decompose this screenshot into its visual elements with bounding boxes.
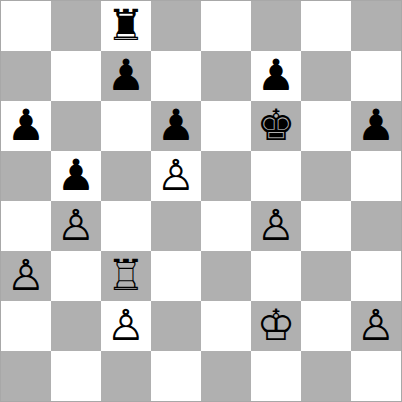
square-e2[interactable] xyxy=(201,301,251,351)
square-a5[interactable] xyxy=(1,151,51,201)
square-d4[interactable] xyxy=(151,201,201,251)
square-f4[interactable]: ♙ xyxy=(251,201,301,251)
black-pawn-piece: ♟ xyxy=(7,101,46,150)
square-f6[interactable]: ♚ xyxy=(251,101,301,151)
square-c1[interactable] xyxy=(101,351,151,401)
square-b2[interactable] xyxy=(51,301,101,351)
black-pawn-piece: ♟ xyxy=(257,51,296,100)
square-f3[interactable] xyxy=(251,251,301,301)
square-e8[interactable] xyxy=(201,1,251,51)
square-f5[interactable] xyxy=(251,151,301,201)
square-c7[interactable]: ♟ xyxy=(101,51,151,101)
square-h4[interactable] xyxy=(351,201,401,251)
black-pawn-piece: ♟ xyxy=(357,101,396,150)
square-g5[interactable] xyxy=(301,151,351,201)
black-rook-piece: ♜ xyxy=(107,1,146,50)
square-g3[interactable] xyxy=(301,251,351,301)
square-a2[interactable] xyxy=(1,301,51,351)
square-b1[interactable] xyxy=(51,351,101,401)
square-h7[interactable] xyxy=(351,51,401,101)
square-g2[interactable] xyxy=(301,301,351,351)
square-g7[interactable] xyxy=(301,51,351,101)
square-h6[interactable]: ♟ xyxy=(351,101,401,151)
square-c6[interactable] xyxy=(101,101,151,151)
square-d1[interactable] xyxy=(151,351,201,401)
square-h5[interactable] xyxy=(351,151,401,201)
black-pawn-piece: ♟ xyxy=(57,151,96,200)
white-pawn-piece: ♙ xyxy=(57,201,96,250)
square-b5[interactable]: ♟ xyxy=(51,151,101,201)
square-d3[interactable] xyxy=(151,251,201,301)
white-pawn-piece: ♙ xyxy=(157,151,196,200)
black-pawn-piece: ♟ xyxy=(107,51,146,100)
square-c4[interactable] xyxy=(101,201,151,251)
square-h1[interactable] xyxy=(351,351,401,401)
square-d2[interactable] xyxy=(151,301,201,351)
white-pawn-piece: ♙ xyxy=(7,251,46,300)
square-a7[interactable] xyxy=(1,51,51,101)
square-e4[interactable] xyxy=(201,201,251,251)
square-a4[interactable] xyxy=(1,201,51,251)
square-c2[interactable]: ♙ xyxy=(101,301,151,351)
white-pawn-piece: ♙ xyxy=(257,201,296,250)
square-h3[interactable] xyxy=(351,251,401,301)
white-pawn-piece: ♙ xyxy=(107,301,146,350)
square-a3[interactable]: ♙ xyxy=(1,251,51,301)
square-f7[interactable]: ♟ xyxy=(251,51,301,101)
square-h2[interactable]: ♙ xyxy=(351,301,401,351)
square-a6[interactable]: ♟ xyxy=(1,101,51,151)
chess-board: ♜♟♟♟♟♚♟♟♙♙♙♙♖♙♔♙ xyxy=(0,0,402,402)
white-rook-piece: ♖ xyxy=(107,251,146,300)
square-f2[interactable]: ♔ xyxy=(251,301,301,351)
square-f1[interactable] xyxy=(251,351,301,401)
square-b4[interactable]: ♙ xyxy=(51,201,101,251)
white-pawn-piece: ♙ xyxy=(357,301,396,350)
square-g6[interactable] xyxy=(301,101,351,151)
square-c8[interactable]: ♜ xyxy=(101,1,151,51)
square-a8[interactable] xyxy=(1,1,51,51)
square-e1[interactable] xyxy=(201,351,251,401)
square-d6[interactable]: ♟ xyxy=(151,101,201,151)
square-a1[interactable] xyxy=(1,351,51,401)
square-b8[interactable] xyxy=(51,1,101,51)
square-b7[interactable] xyxy=(51,51,101,101)
square-e5[interactable] xyxy=(201,151,251,201)
white-king-piece: ♔ xyxy=(257,301,296,350)
square-b3[interactable] xyxy=(51,251,101,301)
square-f8[interactable] xyxy=(251,1,301,51)
square-g4[interactable] xyxy=(301,201,351,251)
square-e3[interactable] xyxy=(201,251,251,301)
square-c5[interactable] xyxy=(101,151,151,201)
square-e7[interactable] xyxy=(201,51,251,101)
square-c3[interactable]: ♖ xyxy=(101,251,151,301)
square-d5[interactable]: ♙ xyxy=(151,151,201,201)
black-pawn-piece: ♟ xyxy=(157,101,196,150)
square-d8[interactable] xyxy=(151,1,201,51)
black-king-piece: ♚ xyxy=(257,101,296,150)
square-g1[interactable] xyxy=(301,351,351,401)
square-h8[interactable] xyxy=(351,1,401,51)
square-d7[interactable] xyxy=(151,51,201,101)
square-b6[interactable] xyxy=(51,101,101,151)
square-e6[interactable] xyxy=(201,101,251,151)
square-g8[interactable] xyxy=(301,1,351,51)
